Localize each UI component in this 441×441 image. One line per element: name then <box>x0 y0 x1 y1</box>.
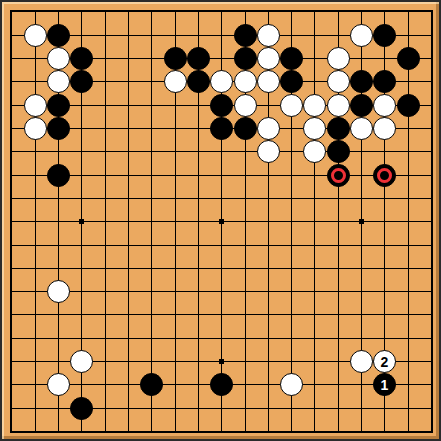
circle-mark <box>331 168 346 183</box>
black-stone <box>210 117 233 140</box>
black-stone <box>47 94 70 117</box>
black-stone <box>373 70 396 93</box>
white-stone <box>373 94 396 117</box>
black-stone <box>70 47 93 70</box>
circle-mark <box>377 168 392 183</box>
white-stone <box>47 47 70 70</box>
white-stone <box>164 70 187 93</box>
white-stone <box>234 94 257 117</box>
black-stone <box>397 94 420 117</box>
white-stone <box>257 24 280 47</box>
white-stone <box>350 24 373 47</box>
white-stone <box>350 117 373 140</box>
black-stone <box>47 117 70 140</box>
white-stone <box>24 94 47 117</box>
black-stone <box>70 397 93 420</box>
move-number-label: 2 <box>381 354 389 368</box>
white-stone <box>303 117 326 140</box>
black-stone <box>234 24 257 47</box>
white-stone <box>303 140 326 163</box>
black-stone <box>234 47 257 70</box>
black-stone <box>350 94 373 117</box>
black-stone <box>47 24 70 47</box>
white-stone <box>257 117 280 140</box>
white-stone <box>47 280 70 303</box>
star-point <box>79 219 84 224</box>
white-stone <box>257 47 280 70</box>
black-stone <box>47 164 70 187</box>
white-stone <box>257 140 280 163</box>
black-stone <box>280 47 303 70</box>
black-stone <box>280 70 303 93</box>
white-stone <box>327 70 350 93</box>
white-stone <box>257 70 280 93</box>
black-stone <box>210 373 233 396</box>
white-stone <box>373 117 396 140</box>
black-stone <box>350 70 373 93</box>
black-stone <box>70 70 93 93</box>
black-stone <box>373 164 396 187</box>
go-board[interactable]: 21 <box>0 0 441 441</box>
white-stone: 2 <box>373 350 396 373</box>
star-point <box>359 219 364 224</box>
white-stone <box>280 373 303 396</box>
white-stone <box>280 94 303 117</box>
black-stone <box>234 117 257 140</box>
black-stone <box>327 140 350 163</box>
black-stone <box>187 70 210 93</box>
black-stone <box>327 164 350 187</box>
black-stone: 1 <box>373 373 396 396</box>
black-stone <box>164 47 187 70</box>
white-stone <box>47 70 70 93</box>
black-stone <box>210 94 233 117</box>
white-stone <box>234 70 257 93</box>
white-stone <box>210 70 233 93</box>
white-stone <box>24 24 47 47</box>
white-stone <box>350 350 373 373</box>
black-stone <box>140 373 163 396</box>
move-number-label: 1 <box>381 377 389 391</box>
star-point <box>219 359 224 364</box>
white-stone <box>24 117 47 140</box>
black-stone <box>397 47 420 70</box>
white-stone <box>47 373 70 396</box>
black-stone <box>327 117 350 140</box>
black-stone <box>373 24 396 47</box>
star-point <box>219 219 224 224</box>
black-stone <box>187 47 210 70</box>
white-stone <box>327 94 350 117</box>
white-stone <box>327 47 350 70</box>
white-stone <box>70 350 93 373</box>
white-stone <box>303 94 326 117</box>
go-diagram: 21 <box>0 0 441 441</box>
